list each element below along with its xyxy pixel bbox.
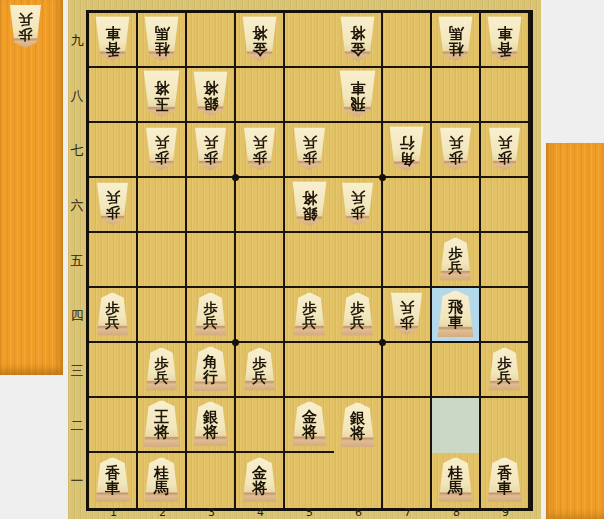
square-6五[interactable] (334, 233, 383, 288)
rank-label-二: 二 (68, 398, 86, 453)
square-4一[interactable]: 金将 (236, 453, 285, 508)
square-9四[interactable] (481, 288, 530, 343)
square-7五[interactable] (383, 233, 432, 288)
piece-歩兵[interactable]: 歩兵 (9, 5, 42, 48)
square-7三[interactable] (383, 343, 432, 398)
file-label-5: 5 (285, 507, 334, 519)
piece-桂馬[interactable]: 桂馬 (438, 16, 474, 61)
square-9二[interactable] (481, 398, 530, 453)
piece-歩兵[interactable]: 歩兵 (293, 292, 326, 335)
shogi-board: 九八七六五四三二一 香車桂馬金将金将桂馬香車玉将銀将飛車歩兵歩兵歩兵歩兵角行歩兵… (68, 0, 541, 519)
piece-桂馬[interactable]: 桂馬 (438, 457, 474, 502)
square-1七[interactable] (89, 123, 138, 178)
square-9三[interactable]: 歩兵 (481, 343, 530, 398)
square-1二[interactable] (89, 398, 138, 453)
piece-金将[interactable]: 金将 (242, 457, 278, 502)
square-6六[interactable]: 歩兵 (334, 178, 383, 233)
square-4五[interactable] (236, 233, 285, 288)
square-5一[interactable] (285, 453, 334, 508)
file-label-9: 9 (481, 507, 530, 519)
square-4九[interactable]: 金将 (236, 13, 285, 68)
square-1八[interactable] (89, 68, 138, 123)
square-5九[interactable] (285, 13, 334, 68)
piece-桂馬[interactable]: 桂馬 (144, 457, 180, 502)
square-2四[interactable] (138, 288, 187, 343)
piece-香車[interactable]: 香車 (487, 457, 523, 502)
shogi-app: 歩兵 九八七六五四三二一 香車桂馬金将金将桂馬香車玉将銀将飛車歩兵歩兵歩兵歩兵角… (0, 0, 604, 519)
square-3四[interactable]: 歩兵 (187, 288, 236, 343)
square-5八[interactable] (285, 68, 334, 123)
square-7九[interactable] (383, 13, 432, 68)
square-5六[interactable]: 銀将 (285, 178, 334, 233)
file-labels: 123456789 (89, 507, 530, 519)
square-5二[interactable]: 金将 (285, 398, 334, 453)
square-2九[interactable]: 桂馬 (138, 13, 187, 68)
piece-銀将[interactable]: 銀将 (292, 181, 328, 226)
square-6二[interactable]: 銀将 (334, 398, 383, 453)
rank-label-七: 七 (68, 123, 86, 178)
square-2五[interactable] (138, 233, 187, 288)
square-3三[interactable]: 角行 (187, 343, 236, 398)
square-2三[interactable]: 歩兵 (138, 343, 187, 398)
square-7六[interactable] (383, 178, 432, 233)
square-7二[interactable] (383, 398, 432, 453)
square-6四[interactable]: 歩兵 (334, 288, 383, 343)
square-4八[interactable] (236, 68, 285, 123)
square-8七[interactable]: 歩兵 (432, 123, 481, 178)
piece-金将[interactable]: 金将 (292, 401, 328, 446)
piece-歩兵[interactable]: 歩兵 (439, 127, 472, 170)
square-9九[interactable]: 香車 (481, 13, 530, 68)
square-5四[interactable]: 歩兵 (285, 288, 334, 343)
piece-王将[interactable]: 王将 (143, 400, 181, 447)
square-4三[interactable]: 歩兵 (236, 343, 285, 398)
piece-香車[interactable]: 香車 (95, 457, 131, 502)
square-2六[interactable] (138, 178, 187, 233)
square-3七[interactable]: 歩兵 (187, 123, 236, 178)
square-2二[interactable]: 王将 (138, 398, 187, 453)
square-6三[interactable] (334, 343, 383, 398)
square-8三[interactable] (432, 343, 481, 398)
rank-label-四: 四 (68, 288, 86, 343)
square-3一[interactable] (187, 453, 236, 508)
square-4四[interactable] (236, 288, 285, 343)
square-8五[interactable]: 歩兵 (432, 233, 481, 288)
board-grid: 香車桂馬金将金将桂馬香車玉将銀将飛車歩兵歩兵歩兵歩兵角行歩兵歩兵歩兵銀将歩兵歩兵… (86, 10, 533, 511)
piece-飛車[interactable]: 飛車 (339, 70, 377, 117)
piece-銀将[interactable]: 銀将 (340, 402, 376, 447)
piece-歩兵[interactable]: 歩兵 (488, 347, 521, 390)
file-label-3: 3 (187, 507, 236, 519)
square-1六[interactable]: 歩兵 (89, 178, 138, 233)
square-2一[interactable]: 桂馬 (138, 453, 187, 508)
rank-label-五: 五 (68, 233, 86, 288)
square-2七[interactable]: 歩兵 (138, 123, 187, 178)
square-3五[interactable] (187, 233, 236, 288)
square-8四[interactable]: 飛車 (432, 288, 481, 343)
piece-歩兵[interactable]: 歩兵 (390, 292, 423, 335)
rank-label-九: 九 (68, 13, 86, 68)
square-6九[interactable]: 金将 (334, 13, 383, 68)
piece-金将[interactable]: 金将 (242, 16, 278, 61)
square-1九[interactable]: 香車 (89, 13, 138, 68)
square-8八[interactable] (432, 68, 481, 123)
piece-香車[interactable]: 香車 (95, 16, 131, 61)
rank-label-六: 六 (68, 178, 86, 233)
square-9八[interactable] (481, 68, 530, 123)
square-4七[interactable]: 歩兵 (236, 123, 285, 178)
square-8九[interactable]: 桂馬 (432, 13, 481, 68)
square-5七[interactable]: 歩兵 (285, 123, 334, 178)
square-8二[interactable] (432, 398, 481, 453)
square-5三[interactable] (285, 343, 334, 398)
file-label-2: 2 (138, 507, 187, 519)
piece-銀将[interactable]: 銀将 (193, 71, 229, 116)
rank-label-三: 三 (68, 343, 86, 398)
komadai-top-player[interactable]: 歩兵 (0, 0, 63, 375)
piece-歩兵[interactable]: 歩兵 (145, 127, 178, 170)
piece-歩兵[interactable]: 歩兵 (96, 292, 129, 335)
square-4二[interactable] (236, 398, 285, 453)
piece-香車[interactable]: 香車 (487, 16, 523, 61)
square-7八[interactable] (383, 68, 432, 123)
square-3九[interactable] (187, 13, 236, 68)
square-3六[interactable] (187, 178, 236, 233)
piece-歩兵[interactable]: 歩兵 (145, 347, 178, 390)
square-6八[interactable]: 飛車 (334, 68, 383, 123)
piece-歩兵[interactable]: 歩兵 (488, 127, 521, 170)
piece-金将[interactable]: 金将 (340, 16, 376, 61)
piece-歩兵[interactable]: 歩兵 (341, 182, 374, 225)
square-3二[interactable]: 銀将 (187, 398, 236, 453)
square-7七[interactable]: 角行 (383, 123, 432, 178)
square-1一[interactable]: 香車 (89, 453, 138, 508)
piece-角行[interactable]: 角行 (389, 126, 425, 171)
square-5五[interactable] (285, 233, 334, 288)
square-1三[interactable] (89, 343, 138, 398)
komadai-bottom-player[interactable] (546, 143, 604, 519)
piece-飛車[interactable]: 飛車 (437, 290, 475, 337)
square-9一[interactable]: 香車 (481, 453, 530, 508)
square-2八[interactable]: 玉将 (138, 68, 187, 123)
square-1五[interactable] (89, 233, 138, 288)
piece-歩兵[interactable]: 歩兵 (439, 237, 472, 280)
piece-歩兵[interactable]: 歩兵 (96, 182, 129, 225)
piece-歩兵[interactable]: 歩兵 (243, 347, 276, 390)
rank-label-一: 一 (68, 453, 86, 508)
square-9六[interactable] (481, 178, 530, 233)
square-8六[interactable] (432, 178, 481, 233)
piece-歩兵[interactable]: 歩兵 (243, 127, 276, 170)
piece-歩兵[interactable]: 歩兵 (341, 292, 374, 335)
rank-label-八: 八 (68, 68, 86, 123)
square-6七[interactable] (334, 123, 383, 178)
piece-玉将[interactable]: 玉将 (143, 70, 181, 117)
square-7四[interactable]: 歩兵 (383, 288, 432, 343)
file-label-1: 1 (89, 507, 138, 519)
square-6一[interactable] (334, 453, 383, 508)
piece-桂馬[interactable]: 桂馬 (144, 16, 180, 61)
file-label-8: 8 (432, 507, 481, 519)
square-9七[interactable]: 歩兵 (481, 123, 530, 178)
piece-歩兵[interactable]: 歩兵 (293, 127, 326, 170)
piece-銀将[interactable]: 銀将 (193, 401, 229, 446)
file-label-6: 6 (334, 507, 383, 519)
file-label-7: 7 (383, 507, 432, 519)
square-7一[interactable] (383, 453, 432, 508)
square-4六[interactable] (236, 178, 285, 233)
square-1四[interactable]: 歩兵 (89, 288, 138, 343)
square-3八[interactable]: 銀将 (187, 68, 236, 123)
piece-角行[interactable]: 角行 (193, 346, 229, 391)
piece-歩兵[interactable]: 歩兵 (194, 127, 227, 170)
square-8一[interactable]: 桂馬 (432, 453, 481, 508)
file-label-4: 4 (236, 507, 285, 519)
piece-歩兵[interactable]: 歩兵 (194, 292, 227, 335)
rank-labels: 九八七六五四三二一 (68, 13, 86, 508)
square-9五[interactable] (481, 233, 530, 288)
